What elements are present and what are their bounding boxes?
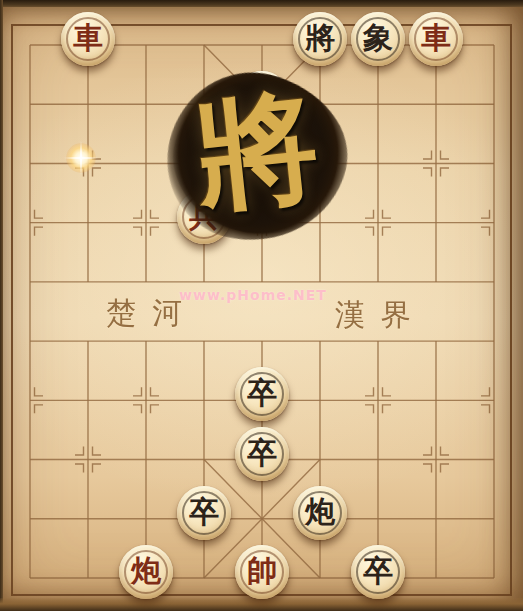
piece-glyph: 象 <box>351 12 405 66</box>
piece-red-cannon[interactable]: 炮 <box>119 545 173 599</box>
piece-glyph: 帥 <box>235 545 289 599</box>
piece-red-soldier[interactable]: 兵 <box>177 190 231 244</box>
piece-red-general[interactable]: 帥 <box>235 545 289 599</box>
piece-glyph: 車 <box>61 12 115 66</box>
piece-glyph: 兵 <box>177 190 231 244</box>
piece-glyph: 卒 <box>177 486 231 540</box>
piece-glyph: 士 <box>235 71 289 125</box>
piece-glyph: 炮 <box>293 486 347 540</box>
piece-black-soldier[interactable]: 卒 <box>235 427 289 481</box>
piece-glyph: 卒 <box>235 427 289 481</box>
watermark-text: www.pHome.NET <box>179 287 327 303</box>
piece-black-elephant[interactable]: 象 <box>351 12 405 66</box>
piece-glyph: 卒 <box>235 367 289 421</box>
piece-glyph: 將 <box>293 12 347 66</box>
piece-glyph: 炮 <box>119 545 173 599</box>
piece-glyph: 卒 <box>351 545 405 599</box>
piece-black-soldier[interactable]: 卒 <box>351 545 405 599</box>
piece-red-chariot[interactable]: 車 <box>409 12 463 66</box>
river-label-right: 漢界 <box>335 295 427 336</box>
piece-glyph: 車 <box>409 12 463 66</box>
piece-black-cannon[interactable]: 炮 <box>293 486 347 540</box>
piece-black-soldier[interactable]: 卒 <box>177 486 231 540</box>
piece-black-soldier[interactable]: 卒 <box>235 367 289 421</box>
piece-red-chariot[interactable]: 車 <box>61 12 115 66</box>
piece-black-advisor[interactable]: 士 <box>235 71 289 125</box>
xiangqi-board[interactable]: 楚河 漢界 車將象車士兵卒卒卒炮炮帥卒 將 www.pHome.NET <box>0 0 523 611</box>
piece-black-general[interactable]: 將 <box>293 12 347 66</box>
